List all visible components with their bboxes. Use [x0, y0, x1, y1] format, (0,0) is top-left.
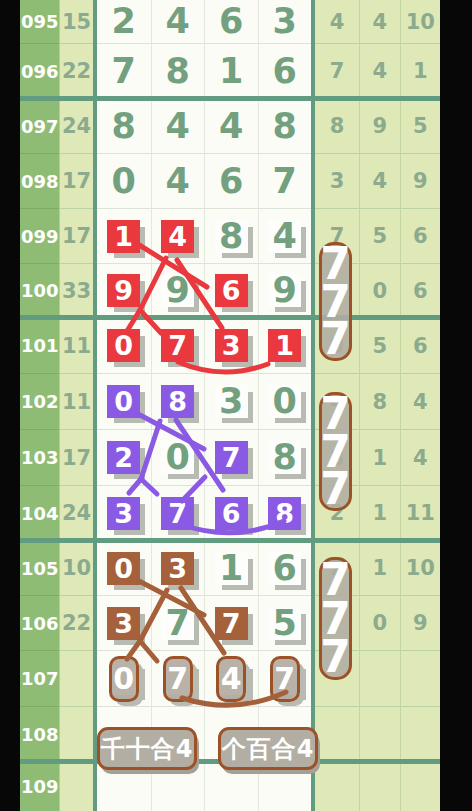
stat-cell	[359, 762, 400, 811]
stat-cell	[359, 651, 400, 707]
digit-value: 4	[166, 109, 190, 144]
digit-box-pred: 0	[109, 656, 139, 702]
digit-value: 4	[166, 4, 190, 39]
digit-value: 9	[166, 273, 190, 308]
digit-value: 6	[219, 164, 243, 199]
digit-cell: 0	[151, 430, 205, 486]
digit-columns: 0467	[93, 154, 315, 209]
table-row: 1070747	[20, 651, 440, 707]
stat-cell: 4	[400, 374, 441, 430]
digit-value: 2	[112, 4, 136, 39]
digit-cell: 3	[151, 541, 205, 596]
draw-id-cell: 101	[20, 318, 59, 374]
digit-box-brown: 3	[161, 552, 194, 585]
sum-cell: 15	[59, 0, 93, 44]
table-row: 102110830484	[20, 374, 440, 430]
digit-cell: 7	[151, 318, 205, 374]
digit-cell: 0	[97, 541, 151, 596]
stat-cell: 3	[315, 154, 359, 209]
digit-cell: 0	[97, 374, 151, 430]
digit-cell: 1	[258, 318, 312, 374]
table-row: 101110731956	[20, 318, 440, 374]
digit-value: 6	[273, 54, 297, 89]
sum-cell	[59, 762, 93, 811]
digit-cell: 4	[151, 154, 205, 209]
table-row: 103172078814	[20, 430, 440, 486]
stat-cell	[400, 762, 441, 811]
draw-id-cell: 096	[20, 44, 59, 99]
chart-board: 0951524634410096227816741097248448895098…	[20, 0, 440, 811]
digit-value: 3	[273, 4, 297, 39]
sum-cell: 11	[59, 318, 93, 374]
digit-value: 0	[273, 384, 297, 419]
stat-columns	[315, 707, 440, 762]
stat-cell: 0	[359, 596, 400, 651]
digit-cell: 3	[97, 596, 151, 651]
digit-cell: 3	[204, 374, 258, 430]
draw-id-cell: 099	[20, 209, 59, 264]
digit-box-red: 4	[161, 220, 194, 253]
digit-box-red: 1	[107, 220, 140, 253]
digit-columns: 2463	[93, 0, 315, 44]
digit-box-brown: 3	[107, 607, 140, 640]
draw-id-cell: 097	[20, 99, 59, 154]
digit-box-purple: 0	[107, 385, 140, 418]
sum-cell: 11	[59, 374, 93, 430]
digit-cell: 8	[258, 486, 312, 541]
stat-columns	[315, 762, 440, 811]
digit-columns: 3768	[93, 486, 315, 541]
stat-cell	[400, 707, 441, 762]
stat-cell: 8	[315, 99, 359, 154]
stat-columns: 349	[315, 154, 440, 209]
digit-cell: 6	[204, 486, 258, 541]
stat-cell: 10	[400, 541, 441, 596]
digit-columns: 1484	[93, 209, 315, 264]
digit-cell: 4	[204, 99, 258, 154]
stat-cell	[400, 651, 441, 707]
stat-cell: 10	[400, 0, 441, 44]
stat-cell: 4	[359, 0, 400, 44]
digit-value: 1	[219, 551, 243, 586]
sum-cell: 22	[59, 44, 93, 99]
draw-id-cell: 102	[20, 374, 59, 430]
draw-id-cell: 100	[20, 264, 59, 318]
sum-cell: 17	[59, 209, 93, 264]
draw-id-cell: 098	[20, 154, 59, 209]
digit-box-pred: 7	[270, 656, 300, 702]
stat-columns: 4410	[315, 0, 440, 44]
stat-cell: 4	[315, 0, 359, 44]
draw-id-cell: 103	[20, 430, 59, 486]
digit-box-purple: 2	[107, 441, 140, 474]
digit-value: 8	[166, 54, 190, 89]
digit-value: 0	[112, 164, 136, 199]
digit-cell: 3	[97, 486, 151, 541]
stat-cell: 9	[359, 99, 400, 154]
digit-cell: 6	[204, 154, 258, 209]
sum-cell	[59, 651, 93, 707]
digit-box-purple: 6	[215, 497, 248, 530]
sum-cell: 17	[59, 430, 93, 486]
digit-box-purple: 7	[215, 441, 248, 474]
sum-cell: 10	[59, 541, 93, 596]
digit-value: 4	[219, 109, 243, 144]
digit-cell: 7	[204, 596, 258, 651]
table-row: 10622377509	[20, 596, 440, 651]
capsule-digit: 7	[320, 321, 351, 357]
table-row: 098170467349	[20, 154, 440, 209]
digit-cell: 7	[258, 154, 312, 209]
stat-cell: 9	[400, 154, 441, 209]
digit-columns: 0316	[93, 541, 315, 596]
draw-id-cell: 109	[20, 762, 59, 811]
digit-columns: 0731	[93, 318, 315, 374]
digit-columns: 2078	[93, 430, 315, 486]
digit-columns: 0747	[93, 651, 315, 707]
digit-cell: 7	[151, 596, 205, 651]
stat-cell	[359, 707, 400, 762]
stat-cell: 1	[359, 541, 400, 596]
digit-columns: 3775	[93, 596, 315, 651]
digit-value: 8	[273, 440, 297, 475]
digit-box-red: 7	[161, 329, 194, 362]
digit-columns: 0830	[93, 374, 315, 430]
stat-cell: 7	[315, 44, 359, 99]
digit-value: 6	[219, 4, 243, 39]
digit-cell: 6	[258, 44, 312, 99]
digit-cell: 7	[204, 430, 258, 486]
sum-cell: 24	[59, 486, 93, 541]
digit-cell: 0	[258, 374, 312, 430]
digit-value: 9	[273, 273, 297, 308]
digit-cell: 3	[204, 318, 258, 374]
digit-box-pred: 7	[163, 656, 193, 702]
digit-cell: 4	[151, 0, 205, 44]
digit-cell: 0	[97, 154, 151, 209]
digit-cell: 2	[97, 0, 151, 44]
stat-cell: 6	[400, 264, 441, 318]
stat-cell	[315, 707, 359, 762]
draw-id-cell: 108	[20, 707, 59, 762]
digit-value: 8	[219, 219, 243, 254]
digit-value: 0	[166, 440, 190, 475]
digit-value: 1	[219, 54, 243, 89]
digit-cell: 7	[151, 651, 205, 707]
stat-cell: 11	[400, 486, 441, 541]
digit-cell: 8	[151, 374, 205, 430]
digit-cell: 6	[258, 541, 312, 596]
stat-cell: 1	[359, 430, 400, 486]
digit-box-red: 1	[268, 329, 301, 362]
digit-value: 5	[273, 606, 297, 641]
digit-cell: 1	[204, 44, 258, 99]
table-row: 10033996906	[20, 264, 440, 318]
table-row: 097248448895	[20, 99, 440, 154]
digit-value: 4	[273, 219, 297, 254]
table-row: 0951524634410	[20, 0, 440, 44]
digit-cell: 6	[204, 264, 258, 318]
table-row: 099171484756	[20, 209, 440, 264]
stat-cell: 0	[359, 264, 400, 318]
stat-cell: 4	[359, 154, 400, 209]
digit-value: 6	[273, 551, 297, 586]
digit-box-purple: 7	[161, 497, 194, 530]
digit-cell: 4	[151, 99, 205, 154]
digit-cell: 8	[204, 209, 258, 264]
digit-cell: 7	[258, 651, 312, 707]
digit-value: 8	[112, 109, 136, 144]
digit-value: 3	[219, 384, 243, 419]
digit-value: 7	[112, 54, 136, 89]
sum-cell: 33	[59, 264, 93, 318]
capsule-digit: 7	[320, 471, 351, 507]
stat-cell: 6	[400, 318, 441, 374]
digit-box-brown: 7	[215, 607, 248, 640]
digit-value: 7	[166, 606, 190, 641]
digit-cell: 0	[97, 318, 151, 374]
stat-cell: 5	[359, 318, 400, 374]
digit-columns: 7816	[93, 44, 315, 99]
draw-id-cell: 106	[20, 596, 59, 651]
draw-id-cell: 107	[20, 651, 59, 707]
digit-cell: 4	[204, 651, 258, 707]
digit-box-brown: 0	[107, 552, 140, 585]
sum-cell: 24	[59, 99, 93, 154]
digit-cell: 1	[204, 541, 258, 596]
stat-cell: 6	[400, 209, 441, 264]
digit-columns: 8448	[93, 99, 315, 154]
left-black-strip	[0, 0, 20, 811]
digit-cell: 8	[97, 99, 151, 154]
draw-id-cell: 105	[20, 541, 59, 596]
digit-cell: 8	[258, 430, 312, 486]
digit-cell: 4	[258, 209, 312, 264]
digit-cell: 9	[151, 264, 205, 318]
draw-id-cell: 104	[20, 486, 59, 541]
digit-cell: 5	[258, 596, 312, 651]
group-divider-line	[20, 96, 440, 101]
stat-cell: 1	[359, 486, 400, 541]
stat-cell: 5	[400, 99, 441, 154]
prediction-capsule: 777	[319, 392, 352, 511]
sum-cell: 22	[59, 596, 93, 651]
digit-box-red: 3	[215, 329, 248, 362]
digit-cell: 4	[151, 209, 205, 264]
prediction-capsule: 777	[319, 557, 352, 680]
stat-cell: 1	[400, 44, 441, 99]
stat-cell: 4	[400, 430, 441, 486]
prediction-capsule: 777	[319, 242, 352, 361]
digit-cell: 0	[97, 651, 151, 707]
digit-box-pred: 4	[216, 656, 246, 702]
digit-cell: 3	[258, 0, 312, 44]
digit-cell: 6	[204, 0, 258, 44]
stat-cell	[315, 762, 359, 811]
digit-box-purple: 3	[107, 497, 140, 530]
digit-cell: 7	[151, 486, 205, 541]
sum-cell: 17	[59, 154, 93, 209]
digit-cell: 8	[258, 99, 312, 154]
stat-cell: 9	[400, 596, 441, 651]
prediction-label: 个百合4	[218, 727, 318, 770]
lottery-trend-chart-screen: 0951524634410096227816741097248448895098…	[0, 0, 472, 811]
digit-box-purple: 8	[268, 497, 301, 530]
digit-cell: 7	[97, 44, 151, 99]
digit-cell: 9	[97, 264, 151, 318]
draw-id-cell: 095	[20, 0, 59, 44]
group-divider-line	[20, 315, 440, 320]
stat-cell: 5	[359, 209, 400, 264]
right-black-strip	[440, 0, 472, 811]
digit-cell: 8	[151, 44, 205, 99]
table-row: 1042437682111	[20, 486, 440, 541]
digit-value: 8	[273, 109, 297, 144]
prediction-label: 千十合4	[97, 727, 197, 770]
group-divider-line	[20, 538, 440, 543]
digit-cell: 9	[258, 264, 312, 318]
stat-columns: 741	[315, 44, 440, 99]
digit-value: 4	[166, 164, 190, 199]
digit-box-red: 6	[215, 274, 248, 307]
stat-cell: 4	[359, 44, 400, 99]
digit-box-red: 9	[107, 274, 140, 307]
stat-columns: 895	[315, 99, 440, 154]
digit-cell: 1	[97, 209, 151, 264]
digit-cell: 2	[97, 430, 151, 486]
digit-box-purple: 8	[161, 385, 194, 418]
digit-box-red: 0	[107, 329, 140, 362]
digit-value: 7	[273, 164, 297, 199]
table-row: 1051003162110	[20, 541, 440, 596]
sum-cell	[59, 707, 93, 762]
digit-columns: 9969	[93, 264, 315, 318]
capsule-digit: 7	[320, 639, 351, 675]
stat-cell: 8	[359, 374, 400, 430]
table-row: 096227816741	[20, 44, 440, 99]
